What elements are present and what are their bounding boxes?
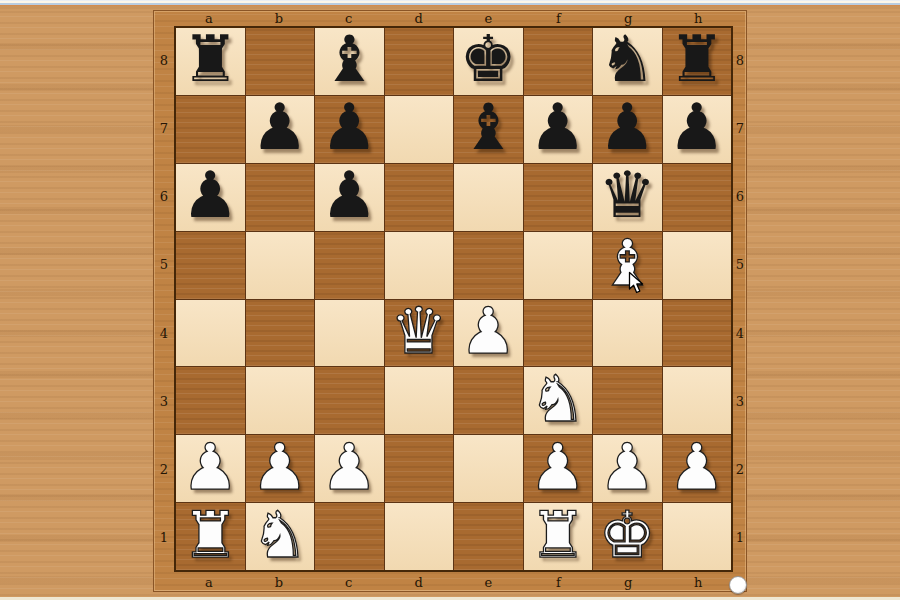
square-d5[interactable]	[385, 232, 454, 299]
rank-label-5: 5	[154, 231, 174, 299]
square-g3[interactable]	[593, 367, 662, 434]
file-label-f: f	[523, 11, 593, 26]
piece-white-pawn[interactable]: ♟	[668, 435, 725, 499]
square-b1[interactable]: ♞	[246, 503, 315, 570]
piece-black-rook[interactable]: ♜	[182, 27, 239, 91]
square-g2[interactable]: ♟	[593, 435, 662, 502]
square-b4[interactable]	[246, 300, 315, 367]
file-label-b: b	[244, 11, 314, 26]
square-g4[interactable]	[593, 300, 662, 367]
rank-label-3: 3	[733, 367, 747, 435]
piece-black-king[interactable]: ♚	[460, 27, 517, 91]
piece-black-pawn[interactable]: ♟	[668, 95, 725, 159]
square-a7[interactable]	[176, 96, 245, 163]
rank-label-8: 8	[154, 26, 174, 94]
rank-label-7: 7	[154, 94, 174, 162]
piece-white-king[interactable]: ♚	[599, 503, 656, 567]
square-h5[interactable]	[663, 232, 732, 299]
square-f4[interactable]	[524, 300, 593, 367]
piece-black-pawn[interactable]: ♟	[321, 95, 378, 159]
rank-label-8: 8	[733, 26, 747, 94]
piece-black-pawn[interactable]: ♟	[321, 163, 378, 227]
white-to-move-indicator	[729, 576, 747, 594]
square-h7[interactable]: ♟	[663, 96, 732, 163]
file-label-b: b	[244, 572, 314, 592]
square-c5[interactable]	[315, 232, 384, 299]
file-label-e: e	[454, 572, 524, 592]
square-b2[interactable]: ♟	[246, 435, 315, 502]
square-d7[interactable]	[385, 96, 454, 163]
game-window: abcdefgh 87654321 ♜♝♚♞♜♟♟♝♟♟♟♟♟♛♝♛♟♞♟♟♟♟…	[0, 0, 900, 600]
square-h4[interactable]	[663, 300, 732, 367]
file-label-d: d	[384, 11, 454, 26]
square-c7[interactable]: ♟	[315, 96, 384, 163]
square-e3[interactable]	[454, 367, 523, 434]
chess-board-frame: abcdefgh 87654321 ♜♝♚♞♜♟♟♝♟♟♟♟♟♛♝♛♟♞♟♟♟♟…	[153, 10, 747, 592]
square-f7[interactable]: ♟	[524, 96, 593, 163]
piece-white-pawn[interactable]: ♟	[251, 435, 308, 499]
square-b7[interactable]: ♟	[246, 96, 315, 163]
rank-label-6: 6	[154, 163, 174, 231]
square-a6[interactable]: ♟	[176, 164, 245, 231]
rank-label-1: 1	[154, 504, 174, 572]
square-d4[interactable]: ♛	[385, 300, 454, 367]
square-a2[interactable]: ♟	[176, 435, 245, 502]
square-a4[interactable]	[176, 300, 245, 367]
square-c6[interactable]: ♟	[315, 164, 384, 231]
piece-black-pawn[interactable]: ♟	[529, 95, 586, 159]
piece-white-pawn[interactable]: ♟	[529, 435, 586, 499]
rank-label-2: 2	[154, 436, 174, 504]
square-e4[interactable]: ♟	[454, 300, 523, 367]
square-d8[interactable]	[385, 28, 454, 95]
square-e8[interactable]: ♚	[454, 28, 523, 95]
square-f8[interactable]	[524, 28, 593, 95]
square-c2[interactable]: ♟	[315, 435, 384, 502]
square-f3[interactable]: ♞	[524, 367, 593, 434]
square-a5[interactable]	[176, 232, 245, 299]
piece-black-bishop[interactable]: ♝	[460, 95, 517, 159]
file-label-c: c	[314, 572, 384, 592]
piece-black-rook[interactable]: ♜	[668, 27, 725, 91]
square-b3[interactable]	[246, 367, 315, 434]
rank-label-2: 2	[733, 436, 747, 504]
square-b8[interactable]	[246, 28, 315, 95]
square-a8[interactable]: ♜	[176, 28, 245, 95]
piece-white-pawn[interactable]: ♟	[321, 435, 378, 499]
square-f5[interactable]	[524, 232, 593, 299]
rank-label-1: 1	[733, 504, 747, 572]
square-e5[interactable]	[454, 232, 523, 299]
rank-labels-right: 87654321	[733, 26, 747, 572]
file-labels-bottom: abcdefgh	[174, 572, 733, 592]
square-e1[interactable]	[454, 503, 523, 570]
piece-white-queen[interactable]: ♛	[390, 299, 447, 363]
square-c1[interactable]	[315, 503, 384, 570]
square-h6[interactable]	[663, 164, 732, 231]
piece-black-pawn[interactable]: ♟	[182, 163, 239, 227]
rank-label-5: 5	[733, 231, 747, 299]
square-c8[interactable]: ♝	[315, 28, 384, 95]
window-chrome-strip	[0, 0, 900, 6]
piece-white-knight[interactable]: ♞	[529, 367, 586, 431]
chess-board[interactable]: ♜♝♚♞♜♟♟♝♟♟♟♟♟♛♝♛♟♞♟♟♟♟♟♟♜♞♜♚	[174, 26, 733, 572]
square-g7[interactable]: ♟	[593, 96, 662, 163]
piece-black-knight[interactable]: ♞	[599, 27, 656, 91]
square-f6[interactable]	[524, 164, 593, 231]
mouse-cursor-icon	[628, 271, 645, 299]
square-e7[interactable]: ♝	[454, 96, 523, 163]
file-label-h: h	[663, 572, 733, 592]
square-c4[interactable]	[315, 300, 384, 367]
square-h1[interactable]	[663, 503, 732, 570]
file-label-f: f	[523, 572, 593, 592]
square-a3[interactable]	[176, 367, 245, 434]
piece-white-pawn[interactable]: ♟	[182, 435, 239, 499]
rank-label-7: 7	[733, 94, 747, 162]
square-d1[interactable]	[385, 503, 454, 570]
rank-labels-left: 87654321	[154, 26, 174, 572]
square-e6[interactable]	[454, 164, 523, 231]
rank-label-3: 3	[154, 367, 174, 435]
rank-label-6: 6	[733, 163, 747, 231]
square-b6[interactable]	[246, 164, 315, 231]
piece-white-pawn[interactable]: ♟	[599, 435, 656, 499]
square-g8[interactable]: ♞	[593, 28, 662, 95]
piece-white-pawn[interactable]: ♟	[460, 299, 517, 363]
square-e2[interactable]	[454, 435, 523, 502]
rank-label-4: 4	[154, 299, 174, 367]
piece-white-rook[interactable]: ♜	[182, 503, 239, 567]
square-h8[interactable]: ♜	[663, 28, 732, 95]
piece-black-pawn[interactable]: ♟	[251, 95, 308, 159]
square-b5[interactable]	[246, 232, 315, 299]
file-label-a: a	[174, 572, 244, 592]
square-d3[interactable]	[385, 367, 454, 434]
file-label-g: g	[593, 572, 663, 592]
square-d2[interactable]	[385, 435, 454, 502]
square-g1[interactable]: ♚	[593, 503, 662, 570]
square-f2[interactable]: ♟	[524, 435, 593, 502]
square-a1[interactable]: ♜	[176, 503, 245, 570]
rank-label-4: 4	[733, 299, 747, 367]
piece-black-pawn[interactable]: ♟	[599, 95, 656, 159]
piece-white-rook[interactable]: ♜	[529, 503, 586, 567]
file-label-d: d	[384, 572, 454, 592]
square-f1[interactable]: ♜	[524, 503, 593, 570]
square-c3[interactable]	[315, 367, 384, 434]
piece-black-queen[interactable]: ♛	[599, 163, 656, 227]
square-h3[interactable]	[663, 367, 732, 434]
square-h2[interactable]: ♟	[663, 435, 732, 502]
piece-black-bishop[interactable]: ♝	[321, 27, 378, 91]
square-d6[interactable]	[385, 164, 454, 231]
square-g6[interactable]: ♛	[593, 164, 662, 231]
piece-white-knight[interactable]: ♞	[251, 503, 308, 567]
